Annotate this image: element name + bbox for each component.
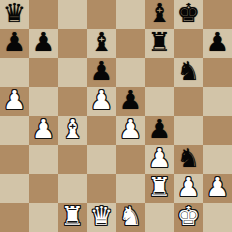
white-pawn-piece: ♟ (90, 86, 113, 115)
white-queen-piece: ♛ (90, 202, 113, 231)
square-a6[interactable] (0, 58, 29, 87)
square-c3[interactable] (58, 145, 87, 174)
square-a5[interactable]: ♟ (0, 87, 29, 116)
square-d2[interactable] (87, 174, 116, 203)
square-h7[interactable]: ♟ (203, 29, 232, 58)
square-g8[interactable]: ♚ (174, 0, 203, 29)
white-pawn-piece: ♟ (3, 86, 26, 115)
chess-board: ♛♝♚♟♟♝♜♟♟♞♟♟♟♟♝♟♟♟♞♜♟♟♜♛♞♚ (0, 0, 232, 232)
square-c2[interactable] (58, 174, 87, 203)
square-h5[interactable] (203, 87, 232, 116)
square-b8[interactable] (29, 0, 58, 29)
square-f7[interactable]: ♜ (145, 29, 174, 58)
square-d6[interactable]: ♟ (87, 58, 116, 87)
square-c4[interactable]: ♝ (58, 116, 87, 145)
square-g5[interactable] (174, 87, 203, 116)
square-c6[interactable] (58, 58, 87, 87)
square-c7[interactable] (58, 29, 87, 58)
square-f5[interactable] (145, 87, 174, 116)
white-pawn-piece: ♟ (119, 115, 142, 144)
black-pawn-piece: ♟ (90, 57, 113, 86)
black-knight-piece: ♞ (177, 144, 200, 173)
square-c8[interactable] (58, 0, 87, 29)
white-pawn-piece: ♟ (148, 144, 171, 173)
white-king-piece: ♚ (177, 202, 200, 231)
black-bishop-piece: ♝ (90, 28, 113, 57)
square-d4[interactable] (87, 116, 116, 145)
square-f4[interactable]: ♟ (145, 116, 174, 145)
square-f8[interactable]: ♝ (145, 0, 174, 29)
black-knight-piece: ♞ (177, 57, 200, 86)
square-b6[interactable] (29, 58, 58, 87)
black-queen-piece: ♛ (3, 0, 26, 28)
square-f2[interactable]: ♜ (145, 174, 174, 203)
white-pawn-piece: ♟ (32, 115, 55, 144)
square-f3[interactable]: ♟ (145, 145, 174, 174)
square-h2[interactable]: ♟ (203, 174, 232, 203)
square-b7[interactable]: ♟ (29, 29, 58, 58)
square-e4[interactable]: ♟ (116, 116, 145, 145)
square-e7[interactable] (116, 29, 145, 58)
square-d7[interactable]: ♝ (87, 29, 116, 58)
square-e3[interactable] (116, 145, 145, 174)
square-g2[interactable]: ♟ (174, 174, 203, 203)
square-e8[interactable] (116, 0, 145, 29)
square-f6[interactable] (145, 58, 174, 87)
square-h3[interactable] (203, 145, 232, 174)
square-h4[interactable] (203, 116, 232, 145)
square-b3[interactable] (29, 145, 58, 174)
square-e5[interactable]: ♟ (116, 87, 145, 116)
square-d8[interactable] (87, 0, 116, 29)
black-king-piece: ♚ (177, 0, 200, 28)
square-a3[interactable] (0, 145, 29, 174)
square-e6[interactable] (116, 58, 145, 87)
square-a4[interactable] (0, 116, 29, 145)
white-rook-piece: ♜ (61, 202, 84, 231)
white-pawn-piece: ♟ (206, 173, 229, 202)
square-c5[interactable] (58, 87, 87, 116)
black-pawn-piece: ♟ (32, 28, 55, 57)
black-rook-piece: ♜ (148, 28, 171, 57)
square-g4[interactable] (174, 116, 203, 145)
square-e2[interactable] (116, 174, 145, 203)
square-b1[interactable] (29, 203, 58, 232)
square-h8[interactable] (203, 0, 232, 29)
square-a8[interactable]: ♛ (0, 0, 29, 29)
square-a7[interactable]: ♟ (0, 29, 29, 58)
square-a2[interactable] (0, 174, 29, 203)
black-pawn-piece: ♟ (148, 115, 171, 144)
square-g6[interactable]: ♞ (174, 58, 203, 87)
square-c1[interactable]: ♜ (58, 203, 87, 232)
white-pawn-piece: ♟ (177, 173, 200, 202)
square-b4[interactable]: ♟ (29, 116, 58, 145)
square-e1[interactable]: ♞ (116, 203, 145, 232)
square-h6[interactable] (203, 58, 232, 87)
square-b2[interactable] (29, 174, 58, 203)
black-pawn-piece: ♟ (3, 28, 26, 57)
black-pawn-piece: ♟ (119, 86, 142, 115)
square-d3[interactable] (87, 145, 116, 174)
black-pawn-piece: ♟ (206, 28, 229, 57)
square-d5[interactable]: ♟ (87, 87, 116, 116)
square-d1[interactable]: ♛ (87, 203, 116, 232)
square-a1[interactable] (0, 203, 29, 232)
square-g7[interactable] (174, 29, 203, 58)
white-bishop-piece: ♝ (61, 115, 84, 144)
square-b5[interactable] (29, 87, 58, 116)
square-g3[interactable]: ♞ (174, 145, 203, 174)
square-h1[interactable] (203, 203, 232, 232)
square-g1[interactable]: ♚ (174, 203, 203, 232)
white-knight-piece: ♞ (119, 202, 142, 231)
white-rook-piece: ♜ (148, 173, 171, 202)
black-bishop-piece: ♝ (148, 0, 171, 28)
square-f1[interactable] (145, 203, 174, 232)
